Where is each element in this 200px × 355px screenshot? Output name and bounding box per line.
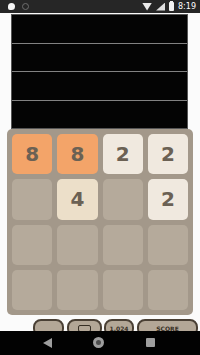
recents-icon[interactable] <box>146 338 155 347</box>
banner-row <box>12 72 187 101</box>
empty-cell <box>103 270 143 310</box>
home-icon[interactable] <box>93 337 104 348</box>
empty-cell <box>103 225 143 265</box>
android-nav-bar <box>0 331 200 355</box>
status-bar-clock: 8:19 <box>178 0 196 13</box>
tile-2: 2 <box>148 134 188 174</box>
notification-icon <box>8 3 15 10</box>
tile-4: 4 <box>57 179 97 219</box>
status-bar: 8:19 <box>0 0 200 13</box>
signal-icon <box>156 3 165 11</box>
tile-2: 2 <box>103 134 143 174</box>
banner-row <box>12 15 187 44</box>
tile-8: 8 <box>12 134 52 174</box>
empty-cell <box>12 270 52 310</box>
banner-row <box>12 44 187 73</box>
empty-cell <box>148 270 188 310</box>
notification-circle-icon <box>22 3 29 10</box>
phone-screen: 8:19 882242 1,024 SCORE <box>0 0 200 355</box>
battery-icon <box>169 2 174 11</box>
empty-cell <box>12 225 52 265</box>
empty-cell <box>57 270 97 310</box>
empty-cell <box>103 179 143 219</box>
wifi-icon <box>142 3 152 11</box>
board[interactable]: 882242 <box>7 129 193 315</box>
empty-cell <box>148 225 188 265</box>
status-bar-right: 8:19 <box>142 0 196 13</box>
banner-table <box>11 14 188 129</box>
tile-8: 8 <box>57 134 97 174</box>
back-icon[interactable] <box>43 338 52 348</box>
empty-cell <box>12 179 52 219</box>
banner-row <box>12 101 187 129</box>
tile-2: 2 <box>148 179 188 219</box>
empty-cell <box>57 225 97 265</box>
